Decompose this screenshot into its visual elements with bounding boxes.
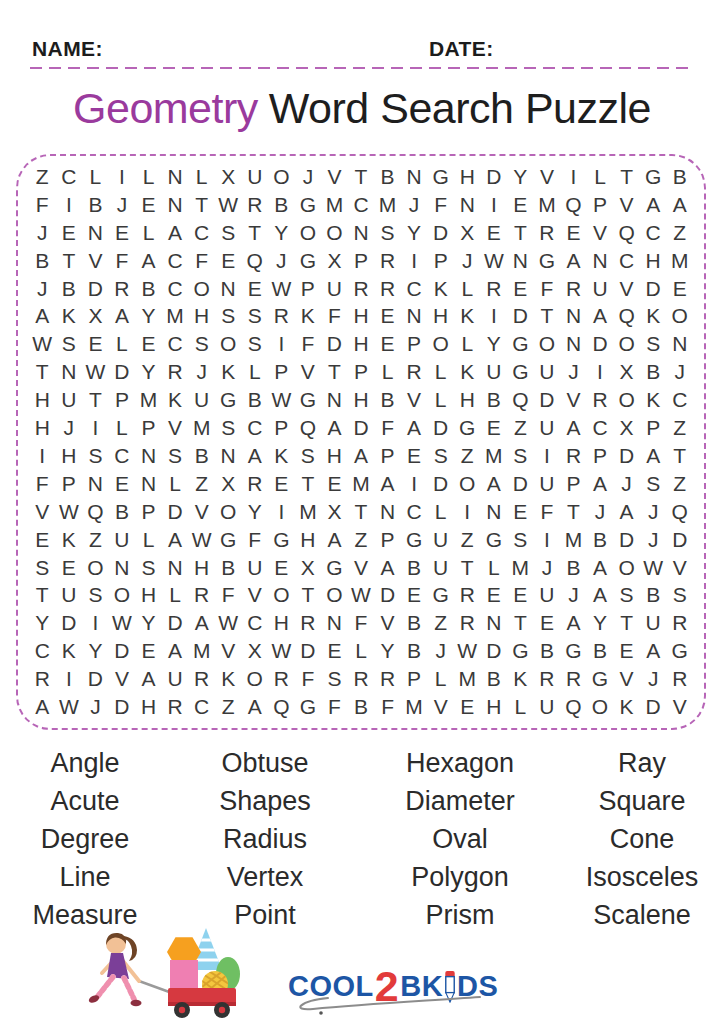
grid-cell[interactable]: Q	[241, 247, 268, 275]
grid-cell[interactable]: H	[348, 330, 375, 358]
grid-cell[interactable]: M	[348, 470, 375, 498]
grid-cell[interactable]: I	[82, 414, 109, 442]
grid-cell[interactable]: R	[295, 609, 322, 637]
grid-cell[interactable]: K	[454, 358, 481, 386]
grid-cell[interactable]: P	[268, 414, 295, 442]
grid-cell[interactable]: K	[295, 302, 322, 330]
grid-cell[interactable]: R	[374, 247, 401, 275]
grid-cell[interactable]: L	[587, 163, 614, 191]
grid-cell[interactable]: A	[29, 302, 56, 330]
grid-cell[interactable]: I	[587, 358, 614, 386]
grid-cell[interactable]: F	[348, 609, 375, 637]
grid-cell[interactable]: E	[268, 554, 295, 582]
grid-cell[interactable]: B	[374, 163, 401, 191]
grid-cell[interactable]: H	[188, 302, 215, 330]
grid-cell[interactable]: O	[215, 330, 242, 358]
grid-cell[interactable]: P	[587, 442, 614, 470]
grid-cell[interactable]: T	[295, 581, 322, 609]
grid-cell[interactable]: T	[507, 219, 534, 247]
grid-cell[interactable]: P	[295, 275, 322, 303]
grid-cell[interactable]: B	[481, 386, 508, 414]
grid-cell[interactable]: I	[56, 665, 83, 693]
grid-cell[interactable]: O	[427, 330, 454, 358]
grid-cell[interactable]: N	[454, 191, 481, 219]
grid-cell[interactable]: D	[162, 609, 189, 637]
grid-cell[interactable]: J	[640, 526, 667, 554]
grid-cell[interactable]: D	[481, 637, 508, 665]
grid-cell[interactable]: D	[534, 386, 561, 414]
grid-cell[interactable]: C	[29, 637, 56, 665]
grid-cell[interactable]: S	[507, 442, 534, 470]
grid-cell[interactable]: C	[666, 386, 693, 414]
grid-cell[interactable]: T	[295, 470, 322, 498]
grid-cell[interactable]: M	[560, 526, 587, 554]
grid-cell[interactable]: W	[481, 247, 508, 275]
grid-cell[interactable]: R	[241, 470, 268, 498]
grid-cell[interactable]: F	[29, 470, 56, 498]
grid-cell[interactable]: T	[613, 609, 640, 637]
grid-cell[interactable]: J	[268, 247, 295, 275]
grid-cell[interactable]: X	[454, 219, 481, 247]
grid-cell[interactable]: J	[640, 498, 667, 526]
grid-cell[interactable]: T	[454, 554, 481, 582]
grid-cell[interactable]: F	[241, 526, 268, 554]
grid-cell[interactable]: N	[162, 554, 189, 582]
grid-cell[interactable]: F	[534, 275, 561, 303]
grid-cell[interactable]: M	[666, 247, 693, 275]
grid-cell[interactable]: V	[534, 163, 561, 191]
grid-cell[interactable]: S	[162, 442, 189, 470]
grid-cell[interactable]: Z	[666, 414, 693, 442]
grid-cell[interactable]: P	[587, 191, 614, 219]
grid-cell[interactable]: R	[348, 665, 375, 693]
grid-cell[interactable]: K	[427, 275, 454, 303]
grid-cell[interactable]: A	[640, 442, 667, 470]
grid-cell[interactable]: B	[560, 554, 587, 582]
grid-cell[interactable]: D	[613, 526, 640, 554]
grid-cell[interactable]: R	[268, 302, 295, 330]
grid-cell[interactable]: J	[29, 219, 56, 247]
grid-cell[interactable]: B	[587, 526, 614, 554]
grid-cell[interactable]: A	[481, 470, 508, 498]
grid-cell[interactable]: D	[56, 609, 83, 637]
grid-cell[interactable]: I	[534, 442, 561, 470]
grid-cell[interactable]: A	[560, 414, 587, 442]
grid-cell[interactable]: O	[295, 219, 322, 247]
grid-cell[interactable]: Y	[481, 330, 508, 358]
grid-cell[interactable]: M	[454, 665, 481, 693]
grid-cell[interactable]: A	[587, 302, 614, 330]
grid-cell[interactable]: F	[374, 693, 401, 721]
grid-cell[interactable]: F	[29, 191, 56, 219]
grid-cell[interactable]: K	[268, 442, 295, 470]
grid-cell[interactable]: A	[348, 442, 375, 470]
grid-cell[interactable]: A	[560, 247, 587, 275]
grid-cell[interactable]: O	[613, 554, 640, 582]
grid-cell[interactable]: N	[82, 470, 109, 498]
grid-cell[interactable]: B	[401, 609, 428, 637]
grid-cell[interactable]: W	[215, 191, 242, 219]
grid-cell[interactable]: D	[321, 330, 348, 358]
grid-cell[interactable]: H	[348, 302, 375, 330]
grid-cell[interactable]: C	[401, 498, 428, 526]
grid-cell[interactable]: L	[241, 358, 268, 386]
grid-cell[interactable]: R	[587, 386, 614, 414]
grid-cell[interactable]: P	[135, 414, 162, 442]
grid-cell[interactable]: M	[135, 386, 162, 414]
grid-cell[interactable]: M	[534, 191, 561, 219]
grid-cell[interactable]: N	[374, 498, 401, 526]
grid-cell[interactable]: H	[348, 386, 375, 414]
grid-cell[interactable]: W	[268, 275, 295, 303]
grid-cell[interactable]: Y	[135, 358, 162, 386]
grid-cell[interactable]: T	[82, 386, 109, 414]
grid-cell[interactable]: S	[666, 581, 693, 609]
grid-cell[interactable]: F	[374, 414, 401, 442]
grid-cell[interactable]: X	[82, 302, 109, 330]
grid-cell[interactable]: E	[135, 191, 162, 219]
grid-cell[interactable]: L	[109, 414, 136, 442]
grid-cell[interactable]: T	[29, 358, 56, 386]
grid-cell[interactable]: G	[427, 163, 454, 191]
grid-cell[interactable]: C	[640, 219, 667, 247]
grid-cell[interactable]: L	[162, 581, 189, 609]
grid-cell[interactable]: A	[374, 470, 401, 498]
grid-cell[interactable]: Z	[427, 609, 454, 637]
grid-cell[interactable]: O	[241, 665, 268, 693]
grid-cell[interactable]: Q	[613, 302, 640, 330]
grid-cell[interactable]: J	[109, 191, 136, 219]
grid-cell[interactable]: W	[56, 693, 83, 721]
grid-cell[interactable]: W	[640, 554, 667, 582]
grid-cell[interactable]: V	[295, 358, 322, 386]
grid-cell[interactable]: S	[427, 442, 454, 470]
grid-cell[interactable]: E	[215, 247, 242, 275]
grid-cell[interactable]: E	[454, 693, 481, 721]
grid-cell[interactable]: I	[56, 191, 83, 219]
grid-cell[interactable]: R	[666, 665, 693, 693]
grid-cell[interactable]: Y	[507, 163, 534, 191]
grid-cell[interactable]: A	[613, 498, 640, 526]
grid-cell[interactable]: H	[56, 442, 83, 470]
grid-cell[interactable]: B	[481, 665, 508, 693]
grid-cell[interactable]: P	[268, 358, 295, 386]
grid-cell[interactable]: V	[613, 275, 640, 303]
grid-cell[interactable]: E	[268, 470, 295, 498]
grid-cell[interactable]: T	[348, 163, 375, 191]
grid-cell[interactable]: A	[162, 637, 189, 665]
grid-cell[interactable]: J	[56, 414, 83, 442]
grid-cell[interactable]: P	[348, 247, 375, 275]
grid-cell[interactable]: P	[348, 358, 375, 386]
grid-cell[interactable]: J	[534, 554, 561, 582]
grid-cell[interactable]: L	[454, 330, 481, 358]
grid-cell[interactable]: J	[560, 581, 587, 609]
grid-cell[interactable]: M	[374, 191, 401, 219]
grid-cell[interactable]: D	[427, 219, 454, 247]
grid-cell[interactable]: E	[321, 637, 348, 665]
grid-cell[interactable]: K	[56, 526, 83, 554]
grid-cell[interactable]: Y	[241, 498, 268, 526]
grid-cell[interactable]: N	[481, 609, 508, 637]
grid-cell[interactable]: V	[666, 554, 693, 582]
grid-cell[interactable]: R	[268, 665, 295, 693]
grid-cell[interactable]: P	[56, 470, 83, 498]
grid-cell[interactable]: R	[560, 442, 587, 470]
grid-cell[interactable]: W	[215, 609, 242, 637]
grid-cell[interactable]: R	[454, 581, 481, 609]
grid-cell[interactable]: S	[374, 219, 401, 247]
grid-cell[interactable]: Y	[587, 609, 614, 637]
grid-cell[interactable]: W	[56, 498, 83, 526]
grid-cell[interactable]: S	[640, 470, 667, 498]
grid-cell[interactable]: E	[241, 275, 268, 303]
grid-cell[interactable]: C	[162, 247, 189, 275]
grid-cell[interactable]: J	[587, 498, 614, 526]
grid-cell[interactable]: G	[215, 386, 242, 414]
grid-cell[interactable]: T	[29, 581, 56, 609]
grid-cell[interactable]: R	[374, 275, 401, 303]
grid-cell[interactable]: D	[162, 498, 189, 526]
grid-cell[interactable]: S	[29, 554, 56, 582]
grid-cell[interactable]: I	[401, 470, 428, 498]
grid-cell[interactable]: H	[295, 526, 322, 554]
grid-cell[interactable]: O	[534, 330, 561, 358]
grid-cell[interactable]: Y	[401, 219, 428, 247]
grid-cell[interactable]: D	[481, 163, 508, 191]
grid-cell[interactable]: K	[215, 358, 242, 386]
grid-cell[interactable]: Q	[82, 498, 109, 526]
grid-cell[interactable]: N	[481, 498, 508, 526]
grid-cell[interactable]: P	[640, 414, 667, 442]
grid-cell[interactable]: C	[162, 275, 189, 303]
grid-cell[interactable]: S	[82, 581, 109, 609]
grid-cell[interactable]: B	[215, 554, 242, 582]
grid-cell[interactable]: G	[295, 693, 322, 721]
grid-cell[interactable]: N	[135, 470, 162, 498]
grid-cell[interactable]: L	[188, 163, 215, 191]
grid-cell[interactable]: Y	[135, 609, 162, 637]
grid-cell[interactable]: A	[109, 302, 136, 330]
grid-cell[interactable]: J	[188, 358, 215, 386]
grid-cell[interactable]: S	[241, 330, 268, 358]
grid-cell[interactable]: N	[215, 275, 242, 303]
grid-cell[interactable]: U	[587, 275, 614, 303]
grid-cell[interactable]: S	[640, 330, 667, 358]
grid-cell[interactable]: F	[215, 581, 242, 609]
grid-cell[interactable]: T	[666, 442, 693, 470]
grid-cell[interactable]: I	[534, 526, 561, 554]
grid-cell[interactable]: E	[56, 219, 83, 247]
grid-cell[interactable]: J	[666, 358, 693, 386]
grid-cell[interactable]: A	[374, 554, 401, 582]
grid-cell[interactable]: Q	[268, 693, 295, 721]
grid-cell[interactable]: O	[82, 554, 109, 582]
grid-cell[interactable]: L	[109, 330, 136, 358]
grid-cell[interactable]: H	[640, 247, 667, 275]
grid-cell[interactable]: R	[534, 665, 561, 693]
grid-cell[interactable]: N	[560, 302, 587, 330]
grid-cell[interactable]: A	[241, 442, 268, 470]
grid-cell[interactable]: V	[321, 163, 348, 191]
grid-cell[interactable]: P	[427, 247, 454, 275]
grid-cell[interactable]: A	[640, 191, 667, 219]
grid-cell[interactable]: A	[188, 609, 215, 637]
grid-cell[interactable]: R	[560, 275, 587, 303]
grid-cell[interactable]: O	[587, 693, 614, 721]
grid-cell[interactable]: P	[374, 526, 401, 554]
grid-cell[interactable]: W	[29, 330, 56, 358]
grid-cell[interactable]: H	[427, 302, 454, 330]
grid-cell[interactable]: C	[188, 693, 215, 721]
grid-cell[interactable]: U	[241, 554, 268, 582]
grid-cell[interactable]: D	[640, 275, 667, 303]
grid-cell[interactable]: Z	[348, 526, 375, 554]
grid-cell[interactable]: H	[135, 581, 162, 609]
grid-cell[interactable]: F	[295, 330, 322, 358]
grid-cell[interactable]: M	[401, 693, 428, 721]
grid-cell[interactable]: I	[560, 163, 587, 191]
grid-cell[interactable]: G	[481, 526, 508, 554]
grid-cell[interactable]: G	[666, 637, 693, 665]
grid-cell[interactable]: A	[29, 693, 56, 721]
grid-cell[interactable]: L	[374, 358, 401, 386]
grid-cell[interactable]: E	[374, 330, 401, 358]
grid-cell[interactable]: W	[348, 581, 375, 609]
grid-cell[interactable]: N	[215, 442, 242, 470]
grid-cell[interactable]: V	[348, 554, 375, 582]
grid-cell[interactable]: H	[454, 386, 481, 414]
grid-cell[interactable]: V	[109, 665, 136, 693]
grid-cell[interactable]: Q	[560, 191, 587, 219]
grid-cell[interactable]: X	[613, 414, 640, 442]
grid-cell[interactable]: L	[427, 358, 454, 386]
grid-cell[interactable]: X	[215, 163, 242, 191]
grid-cell[interactable]: I	[82, 609, 109, 637]
grid-cell[interactable]: Q	[560, 693, 587, 721]
grid-cell[interactable]: B	[401, 554, 428, 582]
grid-cell[interactable]: F	[109, 247, 136, 275]
grid-cell[interactable]: U	[188, 386, 215, 414]
grid-cell[interactable]: C	[401, 275, 428, 303]
grid-cell[interactable]: R	[481, 275, 508, 303]
grid-cell[interactable]: D	[348, 414, 375, 442]
grid-cell[interactable]: G	[295, 191, 322, 219]
grid-cell[interactable]: M	[481, 442, 508, 470]
grid-cell[interactable]: E	[481, 414, 508, 442]
grid-cell[interactable]: G	[427, 581, 454, 609]
grid-cell[interactable]: E	[29, 526, 56, 554]
grid-cell[interactable]: U	[534, 358, 561, 386]
grid-cell[interactable]: L	[454, 275, 481, 303]
grid-cell[interactable]: A	[666, 191, 693, 219]
grid-cell[interactable]: A	[321, 526, 348, 554]
grid-cell[interactable]: C	[109, 442, 136, 470]
grid-cell[interactable]: C	[162, 330, 189, 358]
grid-cell[interactable]: R	[162, 693, 189, 721]
grid-cell[interactable]: K	[640, 302, 667, 330]
grid-cell[interactable]: U	[56, 386, 83, 414]
grid-cell[interactable]: Z	[82, 526, 109, 554]
grid-cell[interactable]: M	[188, 637, 215, 665]
grid-cell[interactable]: W	[454, 637, 481, 665]
grid-cell[interactable]: B	[587, 637, 614, 665]
grid-cell[interactable]: U	[162, 665, 189, 693]
grid-cell[interactable]: S	[82, 442, 109, 470]
grid-cell[interactable]: F	[427, 191, 454, 219]
grid-cell[interactable]: N	[109, 554, 136, 582]
grid-cell[interactable]: H	[135, 693, 162, 721]
grid-cell[interactable]: M	[295, 498, 322, 526]
grid-cell[interactable]: I	[109, 163, 136, 191]
grid-cell[interactable]: D	[427, 470, 454, 498]
grid-cell[interactable]: V	[241, 581, 268, 609]
grid-cell[interactable]: C	[348, 191, 375, 219]
grid-cell[interactable]: B	[135, 275, 162, 303]
grid-cell[interactable]: Q	[295, 414, 322, 442]
grid-cell[interactable]: Z	[507, 414, 534, 442]
grid-cell[interactable]: E	[401, 442, 428, 470]
grid-cell[interactable]: L	[135, 526, 162, 554]
grid-cell[interactable]: I	[481, 302, 508, 330]
grid-cell[interactable]: P	[135, 498, 162, 526]
grid-cell[interactable]: Z	[666, 470, 693, 498]
grid-cell[interactable]: A	[135, 665, 162, 693]
grid-cell[interactable]: G	[295, 247, 322, 275]
grid-cell[interactable]: K	[56, 637, 83, 665]
grid-cell[interactable]: T	[348, 498, 375, 526]
grid-cell[interactable]: U	[427, 554, 454, 582]
grid-cell[interactable]: H	[481, 693, 508, 721]
grid-cell[interactable]: J	[29, 275, 56, 303]
grid-cell[interactable]: O	[321, 219, 348, 247]
grid-cell[interactable]: F	[321, 302, 348, 330]
grid-cell[interactable]: Y	[29, 609, 56, 637]
grid-cell[interactable]: D	[640, 693, 667, 721]
grid-cell[interactable]: Z	[454, 526, 481, 554]
grid-cell[interactable]: L	[162, 470, 189, 498]
grid-cell[interactable]: V	[560, 386, 587, 414]
grid-cell[interactable]: C	[241, 609, 268, 637]
grid-cell[interactable]: L	[481, 554, 508, 582]
grid-cell[interactable]: A	[587, 581, 614, 609]
grid-cell[interactable]: V	[215, 637, 242, 665]
grid-cell[interactable]: J	[560, 358, 587, 386]
grid-cell[interactable]: N	[401, 163, 428, 191]
grid-cell[interactable]: E	[613, 637, 640, 665]
grid-cell[interactable]: A	[162, 219, 189, 247]
grid-cell[interactable]: P	[109, 386, 136, 414]
grid-cell[interactable]: E	[481, 219, 508, 247]
grid-cell[interactable]: W	[109, 609, 136, 637]
grid-cell[interactable]: S	[215, 219, 242, 247]
grid-cell[interactable]: N	[321, 386, 348, 414]
grid-cell[interactable]: B	[401, 637, 428, 665]
grid-cell[interactable]: O	[613, 330, 640, 358]
grid-cell[interactable]: Z	[215, 693, 242, 721]
grid-cell[interactable]: D	[427, 414, 454, 442]
grid-cell[interactable]: K	[215, 665, 242, 693]
grid-cell[interactable]: G	[507, 358, 534, 386]
grid-cell[interactable]: B	[29, 247, 56, 275]
grid-cell[interactable]: A	[587, 554, 614, 582]
grid-cell[interactable]: R	[560, 665, 587, 693]
grid-cell[interactable]: L	[82, 163, 109, 191]
grid-cell[interactable]: V	[613, 665, 640, 693]
grid-cell[interactable]: J	[454, 247, 481, 275]
grid-cell[interactable]: K	[162, 386, 189, 414]
grid-cell[interactable]: V	[29, 498, 56, 526]
